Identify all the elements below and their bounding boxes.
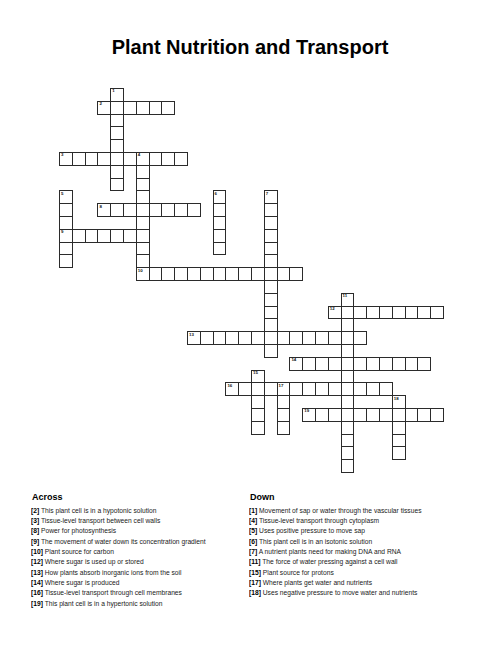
grid-cell[interactable] <box>123 101 137 115</box>
grid-cell[interactable] <box>174 152 188 166</box>
cell-number: 2 <box>99 102 101 106</box>
grid-cell[interactable] <box>379 357 393 371</box>
cell-number: 11 <box>343 294 348 298</box>
grid-cell[interactable] <box>341 318 355 332</box>
grid-cell[interactable] <box>200 267 214 281</box>
grid-cell[interactable] <box>341 421 355 435</box>
grid-cell[interactable]: 17 <box>277 382 291 396</box>
puzzle-title: Plant Nutrition and Transport <box>0 36 500 59</box>
grid-cell[interactable] <box>225 267 239 281</box>
grid-cell[interactable] <box>110 229 124 243</box>
grid-cell[interactable] <box>392 306 406 320</box>
grid-cell[interactable] <box>110 101 124 115</box>
grid-cell[interactable] <box>289 331 303 345</box>
cell-number: 3 <box>61 153 63 157</box>
cell-number: 17 <box>279 384 284 388</box>
grid-cell[interactable] <box>110 203 124 217</box>
grid-cell[interactable] <box>72 152 86 166</box>
grid-cell[interactable] <box>392 446 406 460</box>
grid-cell[interactable] <box>251 395 265 409</box>
grid-cell[interactable] <box>366 408 380 422</box>
grid-cell[interactable]: 2 <box>97 101 111 115</box>
grid-cell[interactable] <box>59 242 73 256</box>
grid-cell[interactable] <box>341 395 355 409</box>
down-clue: [6] This plant cell is in an isotonic so… <box>249 537 477 547</box>
grid-cell[interactable] <box>302 331 316 345</box>
grid-cell[interactable] <box>136 165 150 179</box>
grid-cell[interactable]: 13 <box>187 331 201 345</box>
grid-cell[interactable] <box>161 152 175 166</box>
grid-cell[interactable] <box>174 267 188 281</box>
grid-cell[interactable]: 18 <box>392 395 406 409</box>
grid-cell[interactable] <box>341 331 355 345</box>
grid-cell[interactable] <box>341 357 355 371</box>
grid-cell[interactable] <box>225 331 239 345</box>
grid-cell[interactable] <box>277 421 291 435</box>
down-clue: [17] Where plants get water and nutrient… <box>249 578 477 588</box>
grid-cell[interactable]: 5 <box>59 190 73 204</box>
across-clue-list: Across [2] This plant cell is in a hypot… <box>31 492 247 609</box>
grid-cell[interactable] <box>264 344 278 358</box>
grid-cell[interactable]: 8 <box>97 203 111 217</box>
grid-cell[interactable] <box>213 331 227 345</box>
across-clue: [8] Power for photosynthesis <box>31 526 247 536</box>
across-clue: [10] Plant source for carbon <box>31 547 247 557</box>
grid-cell[interactable] <box>341 306 355 320</box>
grid-cell[interactable] <box>289 267 303 281</box>
grid-cell[interactable] <box>187 267 201 281</box>
grid-cell[interactable] <box>136 242 150 256</box>
cell-number: 10 <box>138 269 143 273</box>
grid-cell[interactable]: 3 <box>59 152 73 166</box>
grid-cell[interactable] <box>264 382 278 396</box>
across-header: Across <box>32 492 247 502</box>
grid-cell[interactable] <box>238 331 252 345</box>
grid-cell[interactable] <box>341 344 355 358</box>
grid-cell[interactable] <box>161 101 175 115</box>
grid-cell[interactable] <box>392 434 406 448</box>
grid-cell[interactable] <box>136 190 150 204</box>
grid-cell[interactable] <box>315 331 329 345</box>
grid-cell[interactable]: 14 <box>289 357 303 371</box>
cell-number: 5 <box>61 192 63 196</box>
grid-cell[interactable] <box>430 306 444 320</box>
grid-cell[interactable] <box>85 229 99 243</box>
grid-cell[interactable] <box>85 152 99 166</box>
grid-cell[interactable] <box>353 357 367 371</box>
across-clue: [14] Where sugar is produced <box>31 578 247 588</box>
grid-cell[interactable] <box>149 152 163 166</box>
grid-cell[interactable] <box>59 254 73 268</box>
grid-cell[interactable] <box>353 382 367 396</box>
grid-cell[interactable]: 12 <box>328 306 342 320</box>
grid-cell[interactable] <box>136 101 150 115</box>
grid-cell[interactable] <box>264 229 278 243</box>
grid-cell[interactable] <box>264 267 278 281</box>
grid-cell[interactable] <box>264 306 278 320</box>
grid-cell[interactable] <box>315 382 329 396</box>
grid-cell[interactable] <box>277 395 291 409</box>
cell-number: 16 <box>227 384 232 388</box>
across-clue: [13] How plants absorb inorganic ions fr… <box>31 568 247 578</box>
grid-cell[interactable]: 15 <box>251 370 265 384</box>
worksheet-page: { "game": "crossword", "title": "Plant N… <box>0 0 500 647</box>
grid-cell[interactable] <box>110 139 124 153</box>
grid-cell[interactable] <box>430 408 444 422</box>
grid-cell[interactable] <box>341 408 355 422</box>
grid-cell[interactable]: 4 <box>136 152 150 166</box>
grid-cell[interactable] <box>328 408 342 422</box>
grid-cell[interactable] <box>328 331 342 345</box>
grid-cell[interactable]: 11 <box>341 293 355 307</box>
grid-cell[interactable] <box>161 267 175 281</box>
grid-cell[interactable] <box>161 203 175 217</box>
grid-cell[interactable] <box>251 267 265 281</box>
across-clue: [12] Where sugar is used up or stored <box>31 557 247 567</box>
grid-cell[interactable] <box>289 382 303 396</box>
across-clue: [9] The movement of water down its conce… <box>31 537 247 547</box>
grid-cell[interactable] <box>417 357 431 371</box>
cell-number: 1 <box>112 89 114 93</box>
grid-cell[interactable] <box>97 152 111 166</box>
grid-cell[interactable] <box>315 357 329 371</box>
grid-cell[interactable] <box>405 408 419 422</box>
grid-cell[interactable] <box>302 357 316 371</box>
grid-cell[interactable] <box>72 229 86 243</box>
down-clue: [5] Uses positive pressure to move sap <box>249 526 477 536</box>
grid-cell[interactable] <box>417 408 431 422</box>
grid-cell[interactable] <box>123 229 137 243</box>
grid-cell[interactable] <box>392 421 406 435</box>
grid-cell[interactable]: 16 <box>225 382 239 396</box>
grid-cell[interactable] <box>97 229 111 243</box>
across-clue: [16] Tissue-level transport through cell… <box>31 588 247 598</box>
grid-cell[interactable]: 1 <box>110 88 124 102</box>
cell-number: 9 <box>61 230 63 234</box>
grid-cell[interactable] <box>136 216 150 230</box>
grid-cell[interactable] <box>379 306 393 320</box>
grid-cell[interactable] <box>174 203 188 217</box>
grid-cell[interactable] <box>110 152 124 166</box>
grid-cell[interactable] <box>136 229 150 243</box>
down-clue-list: Down [1] Movement of sap or water throug… <box>249 492 477 599</box>
grid-cell[interactable] <box>213 242 227 256</box>
grid-cell[interactable] <box>328 357 342 371</box>
grid-cell[interactable] <box>187 203 201 217</box>
cell-number: 12 <box>330 307 335 311</box>
grid-cell[interactable] <box>213 203 227 217</box>
grid-cell[interactable] <box>405 306 419 320</box>
across-clue: [2] This plant cell is in a hypotonic so… <box>31 506 247 516</box>
grid-cell[interactable] <box>238 267 252 281</box>
cell-number: 19 <box>304 409 309 413</box>
grid-cell[interactable] <box>251 382 265 396</box>
grid-cell[interactable] <box>110 114 124 128</box>
cell-number: 15 <box>253 371 258 375</box>
down-clue: [18] Uses negative pressure to move wate… <box>249 588 477 598</box>
grid-cell[interactable] <box>251 408 265 422</box>
grid-cell[interactable] <box>110 178 124 192</box>
grid-cell[interactable]: 9 <box>59 229 73 243</box>
grid-cell[interactable]: 7 <box>264 190 278 204</box>
grid-cell[interactable] <box>136 178 150 192</box>
down-clue: [15] Plant source for protons <box>249 568 477 578</box>
grid-cell[interactable] <box>149 101 163 115</box>
cell-number: 6 <box>215 192 217 196</box>
grid-cell[interactable] <box>238 382 252 396</box>
grid-cell[interactable] <box>379 408 393 422</box>
grid-cell[interactable] <box>264 280 278 294</box>
grid-cell[interactable] <box>110 165 124 179</box>
grid-cell[interactable] <box>405 357 419 371</box>
grid-cell[interactable] <box>277 331 291 345</box>
grid-cell[interactable] <box>341 434 355 448</box>
grid-cell[interactable]: 6 <box>213 190 227 204</box>
grid-cell[interactable] <box>366 306 380 320</box>
cell-number: 14 <box>291 358 296 362</box>
cell-number: 7 <box>266 192 268 196</box>
grid-cell[interactable]: 10 <box>136 267 150 281</box>
grid-cell[interactable] <box>353 408 367 422</box>
across-clue: [3] Tissue-level transport between cell … <box>31 516 247 526</box>
grid-cell[interactable] <box>251 421 265 435</box>
grid-cell[interactable] <box>264 318 278 332</box>
grid-cell[interactable] <box>341 382 355 396</box>
cell-number: 18 <box>394 397 399 401</box>
across-clue: [19] This plant cell is in a hypertonic … <box>31 599 247 609</box>
grid-cell[interactable] <box>353 331 367 345</box>
down-clue: [7] A nutrient plants need for making DN… <box>249 547 477 557</box>
grid-cell[interactable] <box>341 459 355 473</box>
grid-cell[interactable] <box>366 382 380 396</box>
down-clue: [4] Tissue-level transport through cytop… <box>249 516 477 526</box>
grid-cell[interactable] <box>136 254 150 268</box>
grid-cell[interactable] <box>264 254 278 268</box>
grid-cell[interactable] <box>213 267 227 281</box>
grid-cell[interactable] <box>341 370 355 384</box>
grid-cell[interactable] <box>392 357 406 371</box>
grid-cell[interactable] <box>200 331 214 345</box>
grid-cell[interactable] <box>353 306 367 320</box>
cell-number: 4 <box>138 153 140 157</box>
grid-cell[interactable] <box>149 203 163 217</box>
grid-cell[interactable] <box>213 216 227 230</box>
grid-cell[interactable] <box>366 357 380 371</box>
down-header: Down <box>250 492 477 502</box>
grid-cell[interactable] <box>251 331 265 345</box>
grid-cell[interactable] <box>149 267 163 281</box>
grid-cell[interactable] <box>328 382 342 396</box>
grid-cell[interactable] <box>264 331 278 345</box>
grid-cell[interactable] <box>136 203 150 217</box>
grid-cell[interactable] <box>417 306 431 320</box>
grid-cell[interactable] <box>277 267 291 281</box>
grid-cell[interactable] <box>277 408 291 422</box>
cell-number: 13 <box>189 333 194 337</box>
grid-cell[interactable] <box>341 446 355 460</box>
grid-cell[interactable] <box>264 216 278 230</box>
grid-cell[interactable] <box>264 242 278 256</box>
down-clue: [1] Movement of sap or water through the… <box>249 506 477 516</box>
grid-cell[interactable]: 19 <box>302 408 316 422</box>
grid-cell[interactable] <box>392 408 406 422</box>
grid-cell[interactable] <box>264 203 278 217</box>
grid-cell[interactable] <box>315 408 329 422</box>
grid-cell[interactable] <box>264 293 278 307</box>
grid-cell[interactable] <box>123 203 137 217</box>
grid-cell[interactable] <box>59 216 73 230</box>
grid-cell[interactable] <box>110 126 124 140</box>
grid-cell[interactable] <box>379 382 393 396</box>
cell-number: 8 <box>99 205 101 209</box>
grid-cell[interactable] <box>213 229 227 243</box>
grid-cell[interactable] <box>59 203 73 217</box>
crossword-grid: 12345678910111213141516171819 <box>59 88 445 474</box>
grid-cell[interactable] <box>302 382 316 396</box>
down-clue: [11] The force of water pressing against… <box>249 557 477 567</box>
grid-cell[interactable] <box>123 152 137 166</box>
